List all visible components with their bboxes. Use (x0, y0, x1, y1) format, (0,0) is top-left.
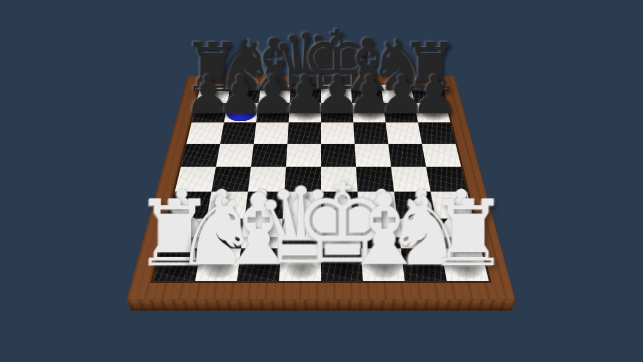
square-a5[interactable] (181, 144, 220, 167)
square-h1[interactable]: ♜ (441, 248, 489, 281)
square-h5[interactable] (422, 144, 461, 167)
white-rook[interactable]: ♜ (414, 188, 522, 279)
square-f6[interactable] (353, 123, 388, 144)
square-b6[interactable] (220, 123, 256, 144)
black-pawn-glyph: ♟ (410, 68, 458, 122)
square-b5[interactable] (216, 144, 254, 167)
square-g5[interactable] (388, 144, 426, 167)
square-d6[interactable] (287, 123, 321, 144)
black-pawn[interactable]: ♟ (393, 68, 476, 122)
square-h7[interactable]: ♟ (414, 103, 450, 123)
board-front-face (127, 299, 515, 310)
square-h6[interactable] (418, 123, 455, 144)
square-g6[interactable] (386, 123, 422, 144)
square-a6[interactable] (186, 123, 223, 144)
board-grid: ♜♞♝♛♚♝♞♜♟♟♟♟♟♟♟♟♟♟♟♟♟♟♟♟♜♞♝♛♚♝♞♜ (153, 85, 489, 281)
square-c5[interactable] (251, 144, 287, 167)
square-e6[interactable] (321, 123, 355, 144)
square-c6[interactable] (254, 123, 289, 144)
chess-board[interactable]: ♜♞♝♛♚♝♞♜♟♟♟♟♟♟♟♟♟♟♟♟♟♟♟♟♜♞♝♛♚♝♞♜ (127, 76, 515, 299)
white-rook-glyph: ♜ (427, 188, 509, 279)
chess-scene: ♜♞♝♛♚♝♞♜♟♟♟♟♟♟♟♟♟♟♟♟♟♟♟♟♜♞♝♛♚♝♞♜ (0, 0, 643, 362)
